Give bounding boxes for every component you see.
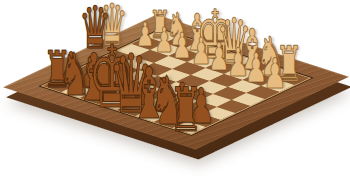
chess-set-photo: ♜︎♞︎♝︎♛︎♚︎♝︎♞︎♜︎♟︎♟︎♟︎♟︎♟︎♟︎♟︎♟︎♜︎♞︎♝︎♛︎… — [0, 0, 350, 196]
piece-black-rook-a8: ♜︎ — [169, 79, 203, 140]
piece-white-pawn-f2: ♟︎ — [172, 28, 192, 64]
piece-white-pawn-a2: ♟︎ — [263, 53, 286, 95]
